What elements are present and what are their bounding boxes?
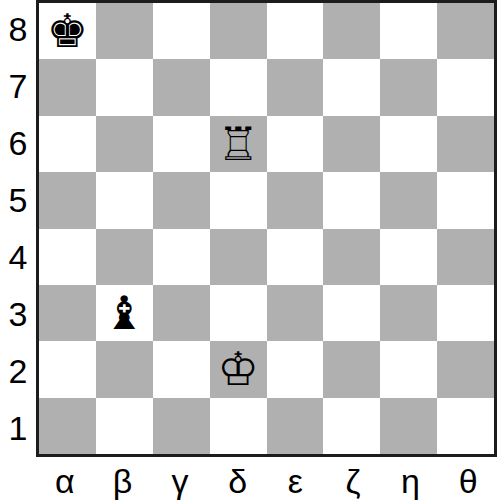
rank-labels: 87654321 — [0, 0, 36, 457]
square-g6[interactable] — [380, 116, 437, 172]
square-b2[interactable] — [96, 341, 153, 397]
square-a4[interactable] — [39, 229, 96, 285]
square-g8[interactable] — [380, 3, 437, 59]
file-label-g: η — [382, 457, 440, 500]
square-c7[interactable] — [153, 59, 210, 115]
square-h8[interactable] — [437, 3, 494, 59]
square-h7[interactable] — [437, 59, 494, 115]
rank-label-7: 7 — [0, 57, 36, 114]
square-g5[interactable] — [380, 172, 437, 228]
rank-label-4: 4 — [0, 229, 36, 286]
square-d1[interactable] — [210, 398, 267, 454]
file-label-b: β — [94, 457, 152, 500]
rank-label-8: 8 — [0, 0, 36, 57]
square-e3[interactable] — [267, 285, 324, 341]
square-f3[interactable] — [323, 285, 380, 341]
square-b6[interactable] — [96, 116, 153, 172]
square-g2[interactable] — [380, 341, 437, 397]
square-b8[interactable] — [96, 3, 153, 59]
square-c8[interactable] — [153, 3, 210, 59]
square-e4[interactable] — [267, 229, 324, 285]
square-d2[interactable]: ♔ — [210, 341, 267, 397]
square-h2[interactable] — [437, 341, 494, 397]
square-g7[interactable] — [380, 59, 437, 115]
square-c2[interactable] — [153, 341, 210, 397]
square-f5[interactable] — [323, 172, 380, 228]
square-f8[interactable] — [323, 3, 380, 59]
white-king-piece: ♔ — [210, 341, 267, 397]
square-d6[interactable]: ♖ — [210, 116, 267, 172]
file-label-f: ζ — [324, 457, 382, 500]
square-b3[interactable]: ♝ — [96, 285, 153, 341]
square-f4[interactable] — [323, 229, 380, 285]
square-d4[interactable] — [210, 229, 267, 285]
square-h3[interactable] — [437, 285, 494, 341]
square-a2[interactable] — [39, 341, 96, 397]
square-b5[interactable] — [96, 172, 153, 228]
square-d8[interactable] — [210, 3, 267, 59]
black-bishop-piece: ♝ — [96, 285, 153, 341]
chess-diagram: 87654321 ♚♖♝♔ αβγδεζηθ — [0, 0, 500, 500]
rank-label-5: 5 — [0, 171, 36, 228]
file-label-h: θ — [439, 457, 497, 500]
white-rook-piece: ♖ — [210, 116, 267, 172]
square-h1[interactable] — [437, 398, 494, 454]
square-e1[interactable] — [267, 398, 324, 454]
file-label-a: α — [36, 457, 94, 500]
square-c6[interactable] — [153, 116, 210, 172]
square-h4[interactable] — [437, 229, 494, 285]
square-a8[interactable]: ♚ — [39, 3, 96, 59]
square-a3[interactable] — [39, 285, 96, 341]
square-d5[interactable] — [210, 172, 267, 228]
square-c3[interactable] — [153, 285, 210, 341]
chess-board: ♚♖♝♔ — [36, 0, 497, 457]
file-labels: αβγδεζηθ — [36, 457, 497, 500]
square-g3[interactable] — [380, 285, 437, 341]
square-h5[interactable] — [437, 172, 494, 228]
rank-label-3: 3 — [0, 286, 36, 343]
square-a1[interactable] — [39, 398, 96, 454]
square-h6[interactable] — [437, 116, 494, 172]
rank-label-6: 6 — [0, 114, 36, 171]
square-f6[interactable] — [323, 116, 380, 172]
file-label-d: δ — [209, 457, 267, 500]
square-b4[interactable] — [96, 229, 153, 285]
square-b1[interactable] — [96, 398, 153, 454]
square-e6[interactable] — [267, 116, 324, 172]
square-a6[interactable] — [39, 116, 96, 172]
black-king-piece: ♚ — [39, 3, 96, 59]
square-a5[interactable] — [39, 172, 96, 228]
square-b7[interactable] — [96, 59, 153, 115]
square-f2[interactable] — [323, 341, 380, 397]
file-label-e: ε — [267, 457, 325, 500]
square-e7[interactable] — [267, 59, 324, 115]
file-label-c: γ — [151, 457, 209, 500]
square-f1[interactable] — [323, 398, 380, 454]
square-f7[interactable] — [323, 59, 380, 115]
square-c1[interactable] — [153, 398, 210, 454]
square-g4[interactable] — [380, 229, 437, 285]
square-c5[interactable] — [153, 172, 210, 228]
rank-label-2: 2 — [0, 343, 36, 400]
square-e2[interactable] — [267, 341, 324, 397]
square-e5[interactable] — [267, 172, 324, 228]
square-e8[interactable] — [267, 3, 324, 59]
square-c4[interactable] — [153, 229, 210, 285]
rank-label-1: 1 — [0, 400, 36, 457]
square-d3[interactable] — [210, 285, 267, 341]
square-g1[interactable] — [380, 398, 437, 454]
square-a7[interactable] — [39, 59, 96, 115]
square-d7[interactable] — [210, 59, 267, 115]
